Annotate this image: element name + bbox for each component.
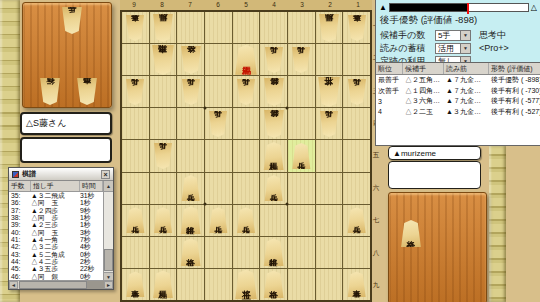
kifu-move-row[interactable]: 39:▲２三歩1秒	[9, 221, 103, 228]
option-label: 読みの蓄積	[380, 42, 432, 55]
board-square-17[interactable]: 歩兵	[343, 205, 370, 236]
board-square-69[interactable]	[205, 269, 232, 300]
board-square-53[interactable]: 歩兵	[233, 76, 260, 107]
sente-player-nameplate: ▲murizeme	[388, 146, 481, 160]
shogi-board: 香車桂馬桂馬香車飛車金将龍馬歩兵歩兵歩兵歩兵歩兵銀将王将歩兵歩兵銀将歩兵歩兵桂馬…	[120, 10, 372, 302]
board-square-72[interactable]: 金将	[177, 44, 204, 75]
shogi-piece-歩兵[interactable]: 歩兵	[319, 111, 339, 137]
board-square-91[interactable]: 香車	[122, 12, 149, 43]
board-square-52[interactable]: 龍馬	[233, 44, 260, 75]
shogi-piece-歩兵[interactable]: 歩兵	[208, 111, 228, 137]
sente-mark-icon: ▲	[379, 2, 387, 13]
option-note: 思考中	[479, 29, 506, 42]
rank-label: 八	[372, 237, 380, 269]
board-square-12[interactable]	[343, 44, 370, 75]
kifu-move-row[interactable]: 40:△同 玉3秒	[9, 229, 103, 236]
kifu-column-headers: 手数 指し手 時間 ▲	[9, 181, 113, 192]
chevron-down-icon[interactable]: ▼	[460, 31, 470, 40]
shogi-piece-王将[interactable]: 王将	[317, 77, 341, 107]
shogi-piece-角行[interactable]: 角行	[39, 78, 61, 105]
evaluation-bar-fill	[390, 4, 467, 11]
board-square-84[interactable]	[150, 108, 177, 139]
shogi-piece-歩兵[interactable]: 歩兵	[181, 175, 201, 201]
board-square-68[interactable]	[205, 237, 232, 268]
board-square-63[interactable]	[205, 76, 232, 107]
gote-info-box	[20, 137, 112, 163]
tatami-mat-right	[489, 146, 506, 302]
header-rank: 順位	[376, 63, 403, 74]
shogi-piece-歩兵[interactable]: 歩兵	[181, 79, 201, 105]
file-label-5: 5	[232, 0, 260, 10]
shogi-piece-歩兵[interactable]: 歩兵	[153, 143, 173, 169]
shogi-piece-香車[interactable]: 香車	[347, 271, 367, 297]
board-square-49[interactable]: 金将	[260, 269, 287, 300]
board-square-59[interactable]: 玉将	[233, 269, 260, 300]
kifu-col-movenum: 手数	[9, 181, 31, 191]
close-icon[interactable]: ×	[101, 170, 110, 179]
board-square-28[interactable]	[316, 237, 343, 268]
board-square-88[interactable]	[150, 237, 177, 268]
board-square-31[interactable]	[288, 12, 315, 43]
scroll-left-icon[interactable]: ◄	[9, 281, 18, 289]
board-square-61[interactable]	[205, 12, 232, 43]
board-square-98[interactable]	[122, 237, 149, 268]
board-square-27[interactable]	[316, 205, 343, 236]
board-square-44[interactable]: 銀将	[260, 108, 287, 139]
board-square-16[interactable]	[343, 173, 370, 204]
shogi-piece-桂馬[interactable]: 桂馬	[152, 270, 174, 298]
shogi-piece-歩兵[interactable]: 歩兵	[61, 7, 83, 34]
board-square-19[interactable]: 香車	[343, 269, 370, 300]
board-square-54[interactable]	[233, 108, 260, 139]
board-square-95[interactable]	[122, 140, 149, 171]
file-label-3: 3	[288, 0, 316, 10]
board-square-11[interactable]: 香車	[343, 12, 370, 43]
board-square-41[interactable]	[260, 12, 287, 43]
shogi-piece-銀将[interactable]: 銀将	[263, 110, 285, 138]
scroll-up-icon[interactable]: ▲	[103, 181, 113, 191]
board-square-33[interactable]	[288, 76, 315, 107]
star-point	[203, 203, 206, 206]
board-square-67[interactable]: 歩兵	[205, 205, 232, 236]
board-square-92[interactable]	[122, 44, 149, 75]
board-square-23[interactable]: 王将	[316, 76, 343, 107]
kifu-move-list: 35:▲３二飛成31秒36:△同 玉1秒37:▲２四歩9秒38:△同 歩1秒39…	[9, 192, 103, 280]
shogi-piece-歩兵[interactable]: 歩兵	[347, 79, 367, 105]
kifu-col-time: 時間	[80, 181, 103, 191]
shogi-piece-金将[interactable]: 金将	[400, 220, 422, 247]
board-square-51[interactable]	[233, 12, 260, 43]
shogi-piece-桂馬[interactable]: 桂馬	[263, 142, 285, 170]
board-square-47[interactable]	[260, 205, 287, 236]
board-square-86[interactable]	[150, 173, 177, 204]
board-square-35[interactable]: 歩兵	[288, 140, 315, 171]
scrollbar-thumb[interactable]	[19, 281, 87, 289]
file-label-6: 6	[204, 0, 232, 10]
kifu-move-row[interactable]: 37:▲２四歩9秒	[9, 207, 103, 214]
board-square-89[interactable]: 桂馬	[150, 269, 177, 300]
board-square-74[interactable]	[177, 108, 204, 139]
board-square-39[interactable]	[288, 269, 315, 300]
kifu-window-title: 棋譜	[22, 169, 36, 179]
board-square-25[interactable]	[316, 140, 343, 171]
kifu-move-row[interactable]: 35:▲３二飛成31秒	[9, 192, 103, 199]
board-square-42[interactable]: 歩兵	[260, 44, 287, 75]
board-square-96[interactable]	[122, 173, 149, 204]
board-square-32[interactable]: 歩兵	[288, 44, 315, 75]
board-square-58[interactable]	[233, 237, 260, 268]
shogi-piece-龍馬[interactable]: 龍馬	[234, 45, 258, 75]
board-square-21[interactable]: 桂馬	[316, 12, 343, 43]
board-square-83[interactable]	[150, 76, 177, 107]
board-square-97[interactable]: 歩兵	[122, 205, 149, 236]
dropdown-value: 活用	[438, 43, 454, 54]
candidate-row[interactable]: 次善手△１四角…▲７九金…後手有利 ( -730)	[376, 86, 540, 97]
board-square-37[interactable]	[288, 205, 315, 236]
option-note: <Pro+>	[479, 43, 509, 53]
board-square-71[interactable]	[177, 12, 204, 43]
rank-label: 六	[372, 172, 380, 204]
kifu-window-titlebar[interactable]: 棋譜 ×	[9, 168, 113, 181]
shogi-app-window: { "game": "shogi", "position": { "sfen":…	[0, 0, 540, 302]
candidate-row[interactable]: 3△３六角…▲７九金…後手有利 ( -577)	[376, 96, 540, 107]
shogi-piece-銀将[interactable]: 銀将	[180, 206, 202, 234]
board-square-18[interactable]	[343, 237, 370, 268]
file-label-1: 1	[344, 0, 372, 10]
shogi-piece-銀将[interactable]: 銀将	[263, 78, 285, 106]
board-square-82[interactable]: 飛車	[150, 44, 177, 75]
scrollbar-track[interactable]	[87, 281, 104, 289]
shogi-piece-金将[interactable]: 金将	[180, 46, 202, 74]
kifu-col-move: 指し手	[31, 181, 80, 191]
evaluation-bar-tick	[467, 3, 469, 14]
board-square-79[interactable]	[177, 269, 204, 300]
shogi-piece-飛車[interactable]: 飛車	[76, 78, 98, 105]
scrollbar-thumb[interactable]	[104, 249, 113, 271]
shogi-piece-歩兵[interactable]: 歩兵	[236, 79, 256, 105]
candidate-moves-table: 順位 候補手 読み筋 形勢 (評価値) 最善手△２五角…▲７九金…後手優勢 ( …	[376, 62, 540, 145]
gote-player-nameplate: △S藤さん	[20, 112, 112, 135]
shogi-piece-金将[interactable]: 金将	[263, 270, 285, 298]
shogi-piece-香車[interactable]: 香車	[347, 15, 367, 41]
scroll-down-icon[interactable]: ▼	[104, 272, 113, 280]
star-point	[203, 106, 206, 109]
analysis-panel: ▲ △ 後手優勢 (評価値 -898) 候補手の数5手▼思考中読みの蓄積活用▼<…	[375, 0, 540, 146]
shogi-piece-香車[interactable]: 香車	[125, 271, 145, 297]
rank-label: 七	[372, 205, 380, 237]
kifu-move-row[interactable]: 38:△同 歩1秒	[9, 214, 103, 221]
candidate-table-header: 順位 候補手 読み筋 形勢 (評価値)	[376, 63, 540, 75]
kifu-move-row[interactable]: 45:▲３五歩22秒	[9, 265, 103, 272]
board-square-26[interactable]	[316, 173, 343, 204]
option-label: 候補手の数	[380, 29, 432, 42]
shogi-piece-歩兵[interactable]: 歩兵	[236, 207, 256, 233]
scroll-right-icon[interactable]: ►	[104, 281, 113, 289]
file-label-7: 7	[176, 0, 204, 10]
shogi-piece-飛車[interactable]: 飛車	[151, 45, 175, 75]
shogi-piece-歩兵[interactable]: 歩兵	[208, 207, 228, 233]
board-square-66[interactable]	[205, 173, 232, 204]
board-file-labels: 987654321	[120, 0, 372, 10]
kifu-window: 棋譜 × 手数 指し手 時間 ▲ 35:▲３二飛成31秒36:△同 玉1秒37:…	[8, 167, 114, 290]
board-square-56[interactable]	[233, 173, 260, 204]
board-square-75[interactable]	[177, 140, 204, 171]
board-square-22[interactable]	[316, 44, 343, 75]
board-square-38[interactable]	[288, 237, 315, 268]
header-eval: 形勢 (評価値)	[489, 63, 540, 74]
kifu-horizontal-scrollbar[interactable]: ◄ ►	[9, 280, 113, 289]
kifu-vertical-scrollbar[interactable]: ▼	[103, 192, 113, 280]
sente-info-box	[388, 161, 481, 189]
star-point	[286, 106, 289, 109]
board-square-46[interactable]: 歩兵	[260, 173, 287, 204]
shogi-piece-歩兵[interactable]: 歩兵	[347, 207, 367, 233]
shogi-piece-歩兵[interactable]: 歩兵	[153, 207, 173, 233]
shogi-piece-歩兵[interactable]: 歩兵	[125, 79, 145, 105]
board-square-87[interactable]: 歩兵	[150, 205, 177, 236]
board-square-15[interactable]	[343, 140, 370, 171]
option-dropdown[interactable]: 5手▼	[435, 30, 471, 41]
board-square-94[interactable]	[122, 108, 149, 139]
gote-mark-icon: △	[531, 2, 537, 13]
header-pv: 読み筋	[444, 63, 489, 74]
evaluation-bar-row: ▲ △	[379, 2, 537, 13]
shogi-piece-香車[interactable]: 香車	[125, 15, 145, 41]
board-square-45[interactable]: 桂馬	[260, 140, 287, 171]
gote-captured-pieces-stand: 歩兵角行飛車	[22, 2, 112, 108]
board-square-36[interactable]	[288, 173, 315, 204]
shogi-piece-玉将[interactable]: 玉将	[234, 269, 258, 299]
option-dropdown[interactable]: 活用▼	[435, 43, 471, 54]
sente-player-name: ▲murizeme	[393, 149, 436, 158]
board-square-77[interactable]: 銀将	[177, 205, 204, 236]
board-square-34[interactable]	[288, 108, 315, 139]
dropdown-value: 5手	[438, 30, 450, 41]
shogi-piece-歩兵[interactable]: 歩兵	[125, 207, 145, 233]
shogi-piece-歩兵[interactable]: 歩兵	[264, 175, 284, 201]
board-square-55[interactable]	[233, 140, 260, 171]
header-candidate: 候補手	[403, 63, 444, 74]
sente-captured-pieces-stand: 金将	[388, 192, 487, 302]
board-square-13[interactable]: 歩兵	[343, 76, 370, 107]
shogi-piece-歩兵[interactable]: 歩兵	[291, 47, 311, 73]
shogi-piece-金将[interactable]: 金将	[180, 238, 202, 266]
shogi-piece-桂馬[interactable]: 桂馬	[152, 14, 174, 42]
board-square-76[interactable]: 歩兵	[177, 173, 204, 204]
shogi-piece-桂馬[interactable]: 桂馬	[318, 14, 340, 42]
rank-label: 九	[372, 270, 380, 302]
shogi-piece-銀将[interactable]: 銀将	[263, 238, 285, 266]
kifu-move-row[interactable]: 43:▲５二角成0秒	[9, 251, 103, 258]
board-square-48[interactable]: 銀将	[260, 237, 287, 268]
candidate-row[interactable]: 4△２二玉▲３九金…後手有利 ( -527)	[376, 107, 540, 118]
board-square-14[interactable]	[343, 108, 370, 139]
kifu-move-row[interactable]: 42:△３二歩4秒	[9, 243, 103, 250]
board-square-29[interactable]	[316, 269, 343, 300]
chevron-down-icon[interactable]: ▼	[460, 44, 470, 53]
kifu-move-row[interactable]: 41:▲４一角7秒	[9, 236, 103, 243]
board-square-85[interactable]: 歩兵	[150, 140, 177, 171]
shogi-piece-歩兵[interactable]: 歩兵	[291, 143, 311, 169]
shogi-piece-歩兵[interactable]: 歩兵	[264, 47, 284, 73]
file-label-2: 2	[316, 0, 344, 10]
kifu-move-row[interactable]: 44:△４二歩2秒	[9, 258, 103, 265]
gote-player-name: △S藤さん	[26, 117, 66, 130]
kifu-move-row[interactable]: 46:△同 銀0秒	[9, 273, 103, 280]
evaluation-status-text: 後手優勢 (評価値 -898)	[380, 14, 536, 27]
board-square-93[interactable]: 歩兵	[122, 76, 149, 107]
candidate-row[interactable]: 最善手△２五角…▲７九金…後手優勢 ( -898)	[376, 75, 540, 86]
board-square-73[interactable]: 歩兵	[177, 76, 204, 107]
kifu-move-row[interactable]: 36:△同 玉1秒	[9, 199, 103, 206]
file-label-9: 9	[120, 0, 148, 10]
evaluation-bar	[389, 3, 529, 12]
file-label-4: 4	[260, 0, 288, 10]
board-square-43[interactable]: 銀将	[260, 76, 287, 107]
kifu-window-icon	[12, 171, 19, 178]
board-square-64[interactable]: 歩兵	[205, 108, 232, 139]
star-point	[286, 203, 289, 206]
board-square-81[interactable]: 桂馬	[150, 12, 177, 43]
board-square-57[interactable]: 歩兵	[233, 205, 260, 236]
file-label-8: 8	[148, 0, 176, 10]
board-square-78[interactable]: 金将	[177, 237, 204, 268]
board-square-99[interactable]: 香車	[122, 269, 149, 300]
board-square-24[interactable]: 歩兵	[316, 108, 343, 139]
board-square-65[interactable]	[205, 140, 232, 171]
board-square-62[interactable]	[205, 44, 232, 75]
